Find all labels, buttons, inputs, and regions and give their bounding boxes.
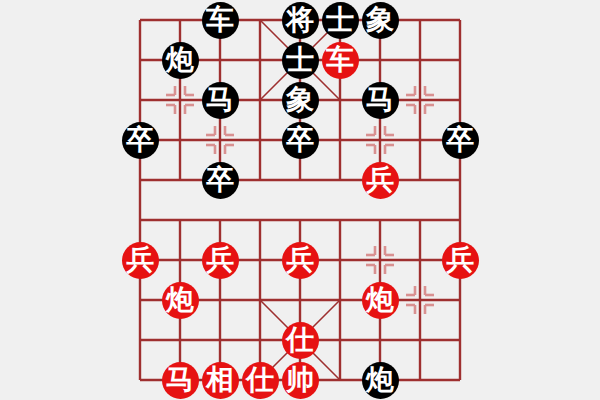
piece-black-cannon[interactable]: 炮: [162, 42, 199, 79]
piece-red-soldier[interactable]: 兵: [362, 162, 399, 199]
piece-black-soldier[interactable]: 卒: [202, 162, 239, 199]
piece-black-horse[interactable]: 马: [362, 82, 399, 119]
piece-red-elephant[interactable]: 相: [202, 362, 239, 399]
xiangqi-board: 车将士象炮士车马象马卒卒卒卒兵兵兵兵兵炮炮仕马相仕帅炮: [0, 0, 600, 400]
piece-black-horse[interactable]: 马: [202, 82, 239, 119]
piece-black-soldier[interactable]: 卒: [122, 122, 159, 159]
piece-black-chariot[interactable]: 车: [202, 2, 239, 39]
piece-black-advisor[interactable]: 士: [282, 42, 319, 79]
piece-layer: 车将士象炮士车马象马卒卒卒卒兵兵兵兵兵炮炮仕马相仕帅炮: [120, 0, 480, 400]
piece-red-soldier[interactable]: 兵: [202, 242, 239, 279]
piece-red-cannon[interactable]: 炮: [362, 282, 399, 319]
piece-red-advisor[interactable]: 仕: [282, 322, 319, 359]
piece-red-soldier[interactable]: 兵: [282, 242, 319, 279]
piece-black-elephant[interactable]: 象: [362, 2, 399, 39]
piece-red-soldier[interactable]: 兵: [442, 242, 479, 279]
piece-black-advisor[interactable]: 士: [322, 2, 359, 39]
piece-red-chariot[interactable]: 车: [322, 42, 359, 79]
piece-red-soldier[interactable]: 兵: [122, 242, 159, 279]
piece-black-elephant[interactable]: 象: [282, 82, 319, 119]
piece-black-soldier[interactable]: 卒: [282, 122, 319, 159]
piece-black-general[interactable]: 将: [282, 2, 319, 39]
piece-red-cannon[interactable]: 炮: [162, 282, 199, 319]
piece-black-soldier[interactable]: 卒: [442, 122, 479, 159]
piece-red-general[interactable]: 帅: [282, 362, 319, 399]
piece-black-cannon[interactable]: 炮: [362, 362, 399, 399]
piece-red-horse[interactable]: 马: [162, 362, 199, 399]
piece-red-advisor[interactable]: 仕: [242, 362, 279, 399]
